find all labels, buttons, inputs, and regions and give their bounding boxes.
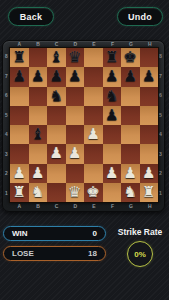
square-f7[interactable]: ♟ bbox=[103, 67, 122, 86]
chess-board: ♜♝♛♜♚♟♟♟♟♟♟♟♞♞♟♝♟♟♟♟♟♟♟♟♜♞♛♚♞♜ bbox=[9, 47, 159, 203]
win-counter: WIN 0 bbox=[3, 226, 106, 241]
black-pawn: ♟ bbox=[13, 68, 26, 83]
square-d1[interactable]: ♛ bbox=[66, 183, 85, 202]
black-knight: ♞ bbox=[50, 88, 63, 103]
square-b8[interactable] bbox=[29, 48, 48, 67]
square-d6[interactable] bbox=[66, 87, 85, 106]
square-c4[interactable] bbox=[47, 125, 66, 144]
black-queen: ♛ bbox=[68, 49, 81, 64]
square-f3[interactable] bbox=[103, 144, 122, 163]
white-queen: ♛ bbox=[68, 184, 81, 199]
black-pawn: ♟ bbox=[105, 107, 118, 122]
black-pawn: ♟ bbox=[68, 68, 81, 83]
square-c8[interactable]: ♝ bbox=[47, 48, 66, 67]
white-pawn: ♟ bbox=[142, 165, 155, 180]
square-e6[interactable] bbox=[84, 87, 103, 106]
square-e5[interactable] bbox=[84, 106, 103, 125]
black-pawn: ♟ bbox=[142, 68, 155, 83]
black-bishop: ♝ bbox=[50, 49, 63, 64]
black-pawn: ♟ bbox=[124, 68, 137, 83]
square-h4[interactable] bbox=[140, 125, 159, 144]
black-pawn: ♟ bbox=[50, 68, 63, 83]
square-h2[interactable]: ♟ bbox=[140, 164, 159, 183]
square-c1[interactable] bbox=[47, 183, 66, 202]
square-a6[interactable] bbox=[10, 87, 29, 106]
square-b2[interactable]: ♟ bbox=[29, 164, 48, 183]
square-a1[interactable]: ♜ bbox=[10, 183, 29, 202]
white-rook: ♜ bbox=[142, 184, 155, 199]
black-king: ♚ bbox=[124, 49, 137, 64]
white-pawn: ♟ bbox=[68, 145, 81, 160]
square-d5[interactable] bbox=[66, 106, 85, 125]
square-e7[interactable] bbox=[84, 67, 103, 86]
strike-rate-label: Strike Rate bbox=[112, 227, 168, 237]
square-g3[interactable] bbox=[121, 144, 140, 163]
black-bishop: ♝ bbox=[31, 126, 44, 141]
square-f5[interactable]: ♟ bbox=[103, 106, 122, 125]
square-e1[interactable]: ♚ bbox=[84, 183, 103, 202]
lose-counter: LOSE 18 bbox=[3, 246, 106, 261]
square-g1[interactable]: ♞ bbox=[121, 183, 140, 202]
square-g8[interactable]: ♚ bbox=[121, 48, 140, 67]
square-h1[interactable]: ♜ bbox=[140, 183, 159, 202]
lose-label: LOSE bbox=[12, 249, 88, 258]
square-a7[interactable]: ♟ bbox=[10, 67, 29, 86]
square-c3[interactable]: ♟ bbox=[47, 144, 66, 163]
square-d8[interactable]: ♛ bbox=[66, 48, 85, 67]
square-h5[interactable] bbox=[140, 106, 159, 125]
square-b7[interactable]: ♟ bbox=[29, 67, 48, 86]
square-d4[interactable] bbox=[66, 125, 85, 144]
square-a5[interactable] bbox=[10, 106, 29, 125]
square-f2[interactable]: ♟ bbox=[103, 164, 122, 183]
white-knight: ♞ bbox=[124, 184, 137, 199]
square-f1[interactable] bbox=[103, 183, 122, 202]
black-pawn: ♟ bbox=[31, 68, 44, 83]
square-d7[interactable]: ♟ bbox=[66, 67, 85, 86]
square-b5[interactable] bbox=[29, 106, 48, 125]
stats-panel: WIN 0 LOSE 18 Strike Rate 0% bbox=[0, 222, 169, 282]
white-pawn: ♟ bbox=[31, 165, 44, 180]
white-knight: ♞ bbox=[31, 184, 44, 199]
black-rook: ♜ bbox=[13, 49, 26, 64]
black-knight: ♞ bbox=[105, 88, 118, 103]
square-c6[interactable]: ♞ bbox=[47, 87, 66, 106]
square-f4[interactable] bbox=[103, 125, 122, 144]
square-e4[interactable]: ♟ bbox=[84, 125, 103, 144]
white-rook: ♜ bbox=[13, 184, 26, 199]
strike-rate-value: 0% bbox=[134, 250, 146, 259]
square-e8[interactable] bbox=[84, 48, 103, 67]
square-g7[interactable]: ♟ bbox=[121, 67, 140, 86]
square-h7[interactable]: ♟ bbox=[140, 67, 159, 86]
file-labels-bottom: ABCDEFGH bbox=[10, 204, 159, 209]
square-e2[interactable] bbox=[84, 164, 103, 183]
undo-button[interactable]: Undo bbox=[117, 7, 163, 26]
black-rook: ♜ bbox=[105, 49, 118, 64]
square-g4[interactable] bbox=[121, 125, 140, 144]
white-pawn: ♟ bbox=[13, 165, 26, 180]
board-frame: ABCDEFGH ABCDEFGH 87654321 87654321 ♜♝♛♜… bbox=[2, 40, 165, 212]
white-pawn: ♟ bbox=[87, 126, 100, 141]
top-bar: Back Undo bbox=[0, 7, 169, 27]
square-g2[interactable]: ♟ bbox=[121, 164, 140, 183]
white-pawn: ♟ bbox=[105, 165, 118, 180]
square-a8[interactable]: ♜ bbox=[10, 48, 29, 67]
square-c2[interactable] bbox=[47, 164, 66, 183]
square-a3[interactable] bbox=[10, 144, 29, 163]
square-c7[interactable]: ♟ bbox=[47, 67, 66, 86]
square-h3[interactable] bbox=[140, 144, 159, 163]
square-d2[interactable] bbox=[66, 164, 85, 183]
square-h8[interactable] bbox=[140, 48, 159, 67]
strike-rate-badge: 0% bbox=[127, 241, 153, 267]
square-g5[interactable] bbox=[121, 106, 140, 125]
square-g6[interactable] bbox=[121, 87, 140, 106]
white-pawn: ♟ bbox=[50, 145, 63, 160]
square-c5[interactable] bbox=[47, 106, 66, 125]
white-pawn: ♟ bbox=[124, 165, 137, 180]
white-king: ♚ bbox=[87, 184, 100, 199]
square-b1[interactable]: ♞ bbox=[29, 183, 48, 202]
square-b4[interactable]: ♝ bbox=[29, 125, 48, 144]
black-pawn: ♟ bbox=[105, 68, 118, 83]
square-f6[interactable]: ♞ bbox=[103, 87, 122, 106]
square-h6[interactable] bbox=[140, 87, 159, 106]
square-f8[interactable]: ♜ bbox=[103, 48, 122, 67]
win-value: 0 bbox=[93, 229, 97, 238]
square-d3[interactable]: ♟ bbox=[66, 144, 85, 163]
square-b6[interactable] bbox=[29, 87, 48, 106]
square-a2[interactable]: ♟ bbox=[10, 164, 29, 183]
win-label: WIN bbox=[12, 229, 93, 238]
lose-value: 18 bbox=[88, 249, 97, 258]
square-e3[interactable] bbox=[84, 144, 103, 163]
square-a4[interactable] bbox=[10, 125, 29, 144]
square-b3[interactable] bbox=[29, 144, 48, 163]
back-button[interactable]: Back bbox=[8, 7, 54, 26]
